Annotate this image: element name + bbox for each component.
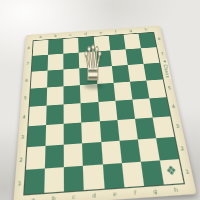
square-h3 — [152, 116, 174, 138]
square-h1: ❖ — [160, 159, 184, 184]
square-b2 — [45, 145, 64, 169]
file-label-d: d — [84, 190, 105, 200]
square-c6 — [64, 68, 81, 86]
square-a5 — [30, 87, 48, 106]
square-a3 — [27, 125, 46, 147]
file-label-c: c — [64, 191, 85, 200]
square-c4 — [64, 103, 82, 124]
file-label-h: h — [165, 184, 187, 196]
square-a8 — [33, 40, 49, 56]
square-b4 — [46, 104, 64, 125]
square-c3 — [64, 123, 82, 145]
square-d1 — [83, 164, 104, 190]
white-queen-glyph: ♛ — [82, 40, 104, 88]
square-c8 — [64, 38, 80, 54]
square-c5 — [64, 85, 81, 104]
square-b5 — [47, 86, 64, 105]
square-h2 — [156, 137, 179, 161]
square-h4 — [149, 97, 170, 117]
square-b1 — [44, 167, 64, 193]
square-e2 — [101, 141, 122, 165]
square-a4 — [29, 106, 47, 127]
square-b7 — [48, 54, 64, 71]
square-b8 — [48, 39, 63, 55]
square-c2 — [64, 143, 83, 167]
square-a1 — [24, 168, 45, 194]
square-d4 — [81, 102, 99, 123]
square-e3 — [99, 120, 119, 142]
square-b3 — [46, 124, 64, 146]
square-a2 — [26, 146, 46, 170]
square-e4 — [98, 101, 117, 121]
cloth-background: abcdefgh abcdefgh 87654321 87654321 ❖ ❖ … — [0, 0, 200, 200]
square-h8 — [138, 33, 156, 49]
square-a7 — [32, 55, 48, 72]
brand-mark-icon: ❖ — [162, 59, 168, 63]
file-label-e: e — [104, 188, 125, 200]
white-queen: ♛ — [79, 34, 107, 88]
square-c7 — [64, 53, 80, 70]
square-a6 — [31, 71, 48, 89]
file-label-f: f — [124, 187, 146, 199]
file-label-g: g — [145, 186, 167, 198]
square-e1 — [102, 163, 124, 189]
square-h5 — [146, 79, 166, 98]
square-h7 — [141, 47, 160, 64]
square-h6 — [143, 63, 162, 81]
square-d2 — [82, 142, 102, 166]
square-b6 — [47, 69, 64, 87]
square-d3 — [82, 121, 101, 143]
square-c1 — [64, 166, 84, 192]
brand-logo-icon: ❖ — [165, 165, 178, 178]
